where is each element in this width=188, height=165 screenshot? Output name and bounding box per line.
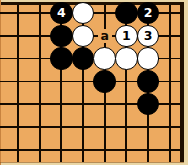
stone-black	[137, 70, 160, 93]
move-number-label: 1	[122, 24, 131, 47]
grid-line-horizontal-7	[0, 149, 180, 151]
board-top-edge-line	[1, 2, 184, 5]
point-label-halo: a	[98, 29, 112, 43]
go-diagram: 42a13	[0, 0, 188, 165]
grid-line-vertical-2	[39, 5, 41, 162]
move-number-label: 3	[144, 24, 153, 47]
board-right-edge-line	[180, 2, 184, 163]
stone-white: 1	[115, 25, 138, 48]
point-label-a: a	[100, 29, 108, 43]
grid-line-vertical-8	[169, 5, 171, 162]
move-number-label: 2	[144, 1, 153, 24]
grid-line-horizontal-6	[0, 126, 180, 128]
stone-black	[93, 70, 116, 93]
stone-white	[115, 47, 138, 70]
move-number-label: 4	[57, 1, 66, 24]
stone-white	[137, 47, 160, 70]
stone-black	[50, 47, 73, 70]
stone-black: 4	[50, 2, 73, 25]
stone-black	[72, 47, 95, 70]
stone-black	[115, 2, 138, 25]
stone-black	[50, 25, 73, 48]
board-side-trim-left	[0, 0, 1, 165]
board-side-trim-bottom	[0, 162, 184, 163]
stone-white	[93, 47, 116, 70]
grid-line-vertical-1	[17, 5, 19, 162]
